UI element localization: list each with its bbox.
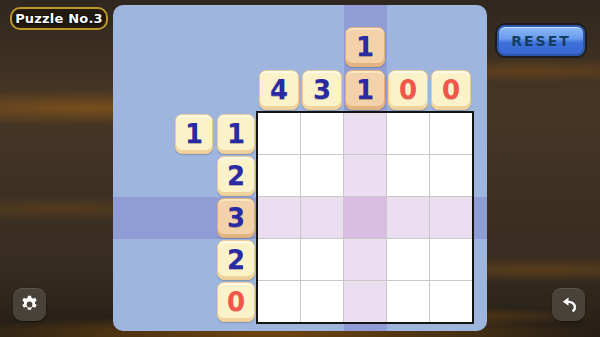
row-clue-tile: 1 (217, 114, 255, 154)
row-clue-tile: 2 (217, 240, 255, 280)
grid-cell[interactable] (301, 113, 343, 154)
grid-cell[interactable] (387, 239, 429, 280)
grid-cell[interactable] (301, 239, 343, 280)
grid-cell[interactable] (344, 281, 386, 322)
grid-cell[interactable] (430, 281, 472, 322)
row-clue-tile: 3 (217, 198, 255, 238)
game-screen: Puzzle No.3 RESET 431100112320 (0, 0, 600, 337)
settings-button[interactable] (13, 288, 46, 321)
col-clue-tile: 0 (431, 70, 471, 110)
grid-cell[interactable] (301, 155, 343, 196)
grid-cell[interactable] (344, 113, 386, 154)
grid-cell[interactable] (344, 155, 386, 196)
undo-button[interactable] (552, 288, 585, 321)
grid-cell[interactable] (301, 281, 343, 322)
nonogram-grid (256, 111, 474, 324)
col-clue-tile: 1 (345, 27, 385, 67)
col-clue-tile: 0 (388, 70, 428, 110)
undo-arrow-icon (559, 295, 579, 315)
row-clue-tile: 1 (175, 114, 213, 154)
grid-cell[interactable] (387, 197, 429, 238)
grid-cell[interactable] (430, 113, 472, 154)
grid-cell[interactable] (258, 113, 300, 154)
grid-cell[interactable] (387, 155, 429, 196)
grid-cell[interactable] (387, 113, 429, 154)
grid-cell[interactable] (430, 239, 472, 280)
grid-cell[interactable] (258, 239, 300, 280)
col-clue-tile: 4 (259, 70, 299, 110)
grid-cell[interactable] (344, 239, 386, 280)
grid-cell[interactable] (258, 197, 300, 238)
puzzle-number-badge: Puzzle No.3 (10, 7, 108, 30)
reset-button[interactable]: RESET (497, 25, 585, 56)
gear-icon (19, 294, 40, 315)
grid-cell[interactable] (301, 197, 343, 238)
board-panel: 431100112320 (113, 5, 487, 331)
row-clue-tile: 2 (217, 156, 255, 196)
grid-cell[interactable] (387, 281, 429, 322)
grid-cell[interactable] (430, 155, 472, 196)
col-clue-tile: 3 (302, 70, 342, 110)
grid-cell[interactable] (258, 281, 300, 322)
grid-cell[interactable] (430, 197, 472, 238)
row-clue-tile: 0 (217, 282, 255, 322)
grid-cell[interactable] (258, 155, 300, 196)
col-clue-tile: 1 (345, 70, 385, 110)
grid-cell[interactable] (344, 197, 386, 238)
